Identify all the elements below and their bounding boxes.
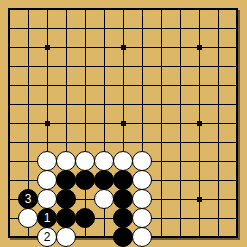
stone-white [113, 151, 133, 171]
stone-white [56, 151, 76, 171]
stone-white [132, 227, 152, 247]
stone-white [18, 208, 38, 228]
board-intersection[interactable] [133, 190, 152, 209]
board-intersection[interactable] [114, 209, 133, 228]
board-intersection[interactable]: 2 [38, 228, 57, 247]
stone-black [56, 170, 76, 190]
board-intersection[interactable] [57, 171, 76, 190]
board-intersection[interactable] [133, 209, 152, 228]
board-intersection[interactable] [38, 152, 57, 171]
board-intersection[interactable] [95, 152, 114, 171]
stone-white [132, 208, 152, 228]
board-intersection[interactable] [95, 171, 114, 190]
stone-white [37, 189, 57, 209]
board-intersection[interactable] [57, 152, 76, 171]
board-intersection[interactable] [133, 152, 152, 171]
stone-white [94, 189, 114, 209]
board-intersection[interactable] [76, 171, 95, 190]
stone-white [75, 151, 95, 171]
stone-white [37, 151, 57, 171]
stone-white [56, 227, 76, 247]
board-intersection[interactable] [133, 171, 152, 190]
stone-black [113, 170, 133, 190]
stone-black-move-1: 1 [37, 208, 57, 228]
board-intersection[interactable] [19, 209, 38, 228]
board-intersection[interactable]: 3 [19, 190, 38, 209]
stone-black [56, 189, 76, 209]
board-intersection[interactable]: 1 [38, 209, 57, 228]
stone-white [94, 151, 114, 171]
board-intersection[interactable] [114, 152, 133, 171]
stone-black [75, 170, 95, 190]
stone-black [94, 170, 114, 190]
board-intersection[interactable] [76, 209, 95, 228]
board-intersection[interactable] [57, 228, 76, 247]
board-intersection[interactable] [57, 209, 76, 228]
stone-black [113, 208, 133, 228]
board-intersection[interactable] [114, 171, 133, 190]
stone-black [113, 227, 133, 247]
stone-white [132, 151, 152, 171]
board-intersection[interactable] [57, 190, 76, 209]
stone-white [132, 170, 152, 190]
board-intersection[interactable] [38, 190, 57, 209]
board-intersection[interactable] [38, 171, 57, 190]
board-intersection[interactable] [95, 190, 114, 209]
stone-black [56, 208, 76, 228]
stone-black [75, 208, 95, 228]
board-intersection[interactable] [114, 228, 133, 247]
stone-black-move-3: 3 [18, 189, 38, 209]
go-board[interactable]: 312 [0, 0, 247, 247]
stone-white [37, 170, 57, 190]
stone-white-move-2: 2 [37, 227, 57, 247]
board-intersection[interactable] [76, 152, 95, 171]
board-intersection[interactable] [114, 190, 133, 209]
stone-white [132, 189, 152, 209]
stone-black [113, 189, 133, 209]
board-intersection[interactable] [133, 228, 152, 247]
go-board-diagram: 312 [0, 0, 247, 247]
